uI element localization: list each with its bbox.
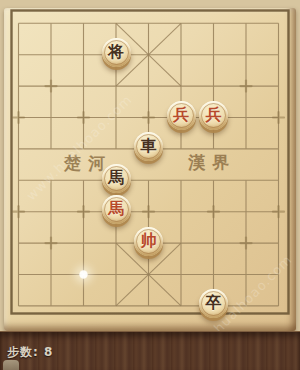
piece-red-soldier-2[interactable]: 兵 xyxy=(199,101,228,130)
piece-glyph: 兵 xyxy=(167,101,196,130)
piece-glyph: 車 xyxy=(134,132,163,161)
piece-red-soldier-1[interactable]: 兵 xyxy=(167,101,196,130)
piece-glyph: 馬 xyxy=(102,164,131,193)
step-counter-label: 步数 xyxy=(7,345,33,359)
piece-glyph: 兵 xyxy=(199,101,228,130)
step-counter-value: 8 xyxy=(44,345,53,359)
piece-black-general[interactable]: 将 xyxy=(102,38,131,67)
xiangqi-app: 楚河 漢界 将兵兵車馬馬帅卒 www.hualhoao.com www.hual… xyxy=(0,0,300,370)
table-bar: 步数: 8 xyxy=(0,331,300,370)
piece-glyph: 卒 xyxy=(199,289,228,318)
piece-red-horse[interactable]: 馬 xyxy=(102,195,131,224)
piece-glyph: 馬 xyxy=(102,195,131,224)
piece-glyph: 将 xyxy=(102,38,131,67)
piece-black-chariot[interactable]: 車 xyxy=(134,132,163,161)
piece-glyph: 帅 xyxy=(134,227,163,256)
piece-black-horse[interactable]: 馬 xyxy=(102,164,131,193)
move-hint-dot xyxy=(79,270,88,279)
tray-stub xyxy=(3,360,19,370)
step-counter-separator: : xyxy=(33,345,44,359)
grid-lines xyxy=(19,23,279,306)
river-label-han: 漢界 xyxy=(188,154,236,171)
piece-black-soldier[interactable]: 卒 xyxy=(199,289,228,318)
step-counter: 步数: 8 xyxy=(7,344,53,361)
piece-red-general[interactable]: 帅 xyxy=(134,227,163,256)
board-grid xyxy=(0,0,300,370)
